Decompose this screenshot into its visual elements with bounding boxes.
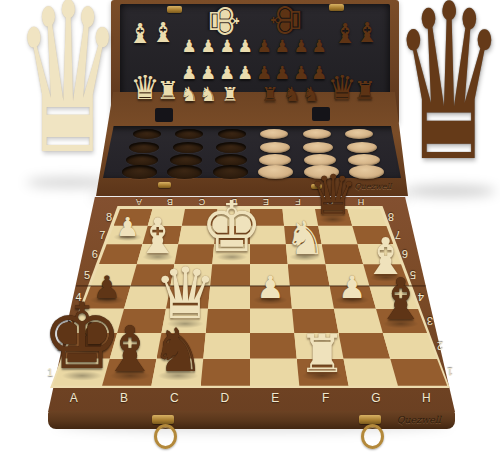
label-file-top-h: H — [358, 197, 365, 207]
label-rank-left-8: 8 — [106, 211, 112, 223]
square-d1 — [201, 359, 250, 386]
product-photo-canvas: ♝♝♚♟♟♟♟♟♟♟♟♛♜♞♞♜♚♟♟♟♟♟♟♟♟♝♝♛♜♞♞♜ Quezwel… — [0, 0, 500, 458]
clasp-plate-icon — [152, 415, 174, 424]
clasp-ring-icon — [154, 424, 177, 449]
label-rank-left-6: 6 — [92, 248, 98, 260]
square-d2 — [203, 333, 250, 359]
label-file-bottom-h: H — [422, 391, 431, 405]
label-file-top-a: A — [136, 197, 142, 207]
piece-white-knight-f6: ♞ — [285, 215, 326, 261]
label-rank-right-8: 8 — [388, 211, 394, 223]
square-e2 — [250, 333, 297, 359]
clasp-plate-icon — [359, 415, 381, 424]
label-file-bottom-g: G — [371, 391, 380, 405]
piece-black-knight-c1: ♞ — [151, 320, 205, 380]
piece-black-bishop-b1: ♝ — [102, 318, 158, 381]
label-file-bottom-f: F — [322, 391, 329, 405]
square-g2 — [339, 333, 391, 359]
label-rank-left-7: 7 — [99, 229, 105, 241]
label-rank-right-2: 2 — [437, 340, 443, 352]
clasp-ring-icon — [361, 424, 384, 449]
piece-white-pawn-e4: ♟ — [257, 272, 285, 303]
square-g1 — [343, 359, 397, 386]
square-f5 — [288, 264, 330, 285]
piece-black-bishop-h3: ♝ — [375, 271, 426, 328]
label-rank-left-5: 5 — [84, 269, 90, 281]
label-rank-right-3: 3 — [427, 315, 433, 327]
label-file-bottom-e: E — [271, 391, 279, 405]
square-f4 — [290, 286, 334, 309]
piece-white-king-d6: ♚ — [200, 192, 263, 262]
board-front-edge: Quezwell — [48, 411, 455, 429]
label-file-bottom-d: D — [220, 391, 229, 405]
label-file-top-b: B — [167, 197, 173, 207]
label-file-bottom-b: B — [120, 391, 128, 405]
label-rank-right-1: 1 — [447, 366, 453, 378]
piece-white-rook-f1: ♜ — [298, 327, 346, 380]
label-file-top-e: E — [263, 197, 269, 207]
folding-seam — [76, 285, 426, 287]
label-file-top-f: F — [295, 197, 301, 207]
label-file-bottom-a: A — [70, 391, 78, 405]
label-file-bottom-c: C — [170, 391, 179, 405]
square-g6 — [322, 244, 364, 264]
piece-white-pawn-g4: ♟ — [338, 272, 366, 303]
brand-logo-board: Quezwell — [397, 414, 441, 425]
square-e1 — [250, 359, 299, 386]
square-e3 — [250, 309, 294, 333]
